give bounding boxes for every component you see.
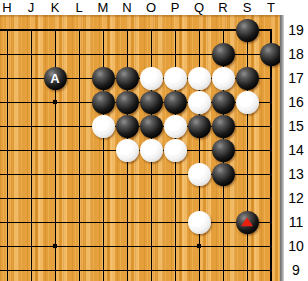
intersection-K13[interactable]	[43, 162, 67, 186]
column-label-P: P	[163, 0, 187, 15]
row-label-16: 16	[284, 94, 308, 110]
column-label-L: L	[67, 0, 91, 15]
intersection-H9[interactable]	[0, 258, 19, 281]
intersection-P17[interactable]	[163, 66, 187, 90]
black-stone-R16[interactable]	[212, 91, 235, 114]
intersection-L14[interactable]	[67, 138, 91, 162]
intersection-S19[interactable]	[235, 18, 259, 42]
white-stone-P15[interactable]	[164, 115, 187, 138]
black-stone-R15[interactable]	[212, 115, 235, 138]
intersection-K19[interactable]	[43, 18, 67, 42]
intersection-N9[interactable]	[115, 258, 139, 281]
row-label-14: 14	[284, 142, 308, 158]
intersection-J17[interactable]	[19, 66, 43, 90]
intersection-H12[interactable]	[0, 186, 19, 210]
intersection-Q17[interactable]	[187, 66, 211, 90]
intersection-L19[interactable]	[67, 18, 91, 42]
intersection-J15[interactable]	[19, 114, 43, 138]
intersection-K12[interactable]	[43, 186, 67, 210]
intersection-O19[interactable]	[139, 18, 163, 42]
intersection-K11[interactable]	[43, 210, 67, 234]
intersection-S12[interactable]	[235, 186, 259, 210]
column-label-J: J	[19, 0, 43, 15]
intersection-P15[interactable]	[163, 114, 187, 138]
intersection-S10[interactable]	[235, 234, 259, 258]
intersection-R17[interactable]	[211, 66, 235, 90]
black-stone-O15[interactable]	[140, 115, 163, 138]
row-label-9: 9	[284, 262, 308, 278]
row-label-18: 18	[284, 46, 308, 62]
intersection-L17[interactable]	[67, 66, 91, 90]
intersection-H17[interactable]	[0, 66, 19, 90]
intersection-R18[interactable]	[211, 42, 235, 66]
intersection-L12[interactable]	[67, 186, 91, 210]
board-grid[interactable]: A	[0, 18, 283, 281]
black-stone-P16[interactable]	[164, 91, 187, 114]
intersection-Q18[interactable]	[187, 42, 211, 66]
black-stone-S19[interactable]	[236, 19, 259, 42]
go-board-screen: A HJKLMNOPQRST 191817161514131211109	[0, 0, 308, 281]
column-label-K: K	[43, 0, 67, 15]
intersection-S15[interactable]	[235, 114, 259, 138]
intersection-K18[interactable]	[43, 42, 67, 66]
intersection-O15[interactable]	[139, 114, 163, 138]
intersection-S14[interactable]	[235, 138, 259, 162]
column-label-T: T	[259, 0, 283, 15]
intersection-J12[interactable]	[19, 186, 43, 210]
intersection-H14[interactable]	[0, 138, 19, 162]
intersection-H11[interactable]	[0, 210, 19, 234]
row-label-12: 12	[284, 190, 308, 206]
white-stone-O17[interactable]	[140, 67, 163, 90]
intersection-S18[interactable]	[235, 42, 259, 66]
column-label-S: S	[235, 0, 259, 15]
intersection-N18[interactable]	[115, 42, 139, 66]
intersection-Q16[interactable]	[187, 90, 211, 114]
intersection-H18[interactable]	[0, 42, 19, 66]
intersection-Q13[interactable]	[187, 162, 211, 186]
column-label-Q: Q	[187, 0, 211, 15]
intersection-J16[interactable]	[19, 90, 43, 114]
intersection-N14[interactable]	[115, 138, 139, 162]
white-stone-Q17[interactable]	[188, 67, 211, 90]
intersection-H13[interactable]	[0, 162, 19, 186]
intersection-O9[interactable]	[139, 258, 163, 281]
intersection-Q15[interactable]	[187, 114, 211, 138]
intersection-H15[interactable]	[0, 114, 19, 138]
intersection-Q11[interactable]	[187, 210, 211, 234]
intersection-N15[interactable]	[115, 114, 139, 138]
intersection-R13[interactable]	[211, 162, 235, 186]
intersection-K15[interactable]	[43, 114, 67, 138]
intersection-S13[interactable]	[235, 162, 259, 186]
stone-label-A: A	[44, 67, 67, 90]
intersection-J19[interactable]	[19, 18, 43, 42]
intersection-P18[interactable]	[163, 42, 187, 66]
black-stone-S11[interactable]	[236, 211, 259, 234]
intersection-M19[interactable]	[91, 18, 115, 42]
intersection-O16[interactable]	[139, 90, 163, 114]
intersection-L18[interactable]	[67, 42, 91, 66]
intersection-M13[interactable]	[91, 162, 115, 186]
intersection-M14[interactable]	[91, 138, 115, 162]
intersection-J18[interactable]	[19, 42, 43, 66]
intersection-O17[interactable]	[139, 66, 163, 90]
black-stone-N17[interactable]	[116, 67, 139, 90]
intersection-J9[interactable]	[19, 258, 43, 281]
intersection-J14[interactable]	[19, 138, 43, 162]
intersection-M17[interactable]	[91, 66, 115, 90]
intersection-K16[interactable]	[43, 90, 67, 114]
black-stone-K17[interactable]: A	[44, 67, 67, 90]
column-labels: HJKLMNOPQRST	[0, 0, 308, 15]
intersection-N12[interactable]	[115, 186, 139, 210]
black-stone-Q15[interactable]	[188, 115, 211, 138]
row-label-19: 19	[284, 22, 308, 38]
white-stone-Q11[interactable]	[188, 211, 211, 234]
intersection-K9[interactable]	[43, 258, 67, 281]
intersection-R15[interactable]	[211, 114, 235, 138]
row-labels: 191817161514131211109	[284, 15, 308, 281]
row-label-11: 11	[284, 214, 308, 230]
intersection-H10[interactable]	[0, 234, 19, 258]
intersection-P14[interactable]	[163, 138, 187, 162]
intersection-N10[interactable]	[115, 234, 139, 258]
intersection-P10[interactable]	[163, 234, 187, 258]
row-label-10: 10	[284, 238, 308, 254]
intersection-P9[interactable]	[163, 258, 187, 281]
black-stone-R14[interactable]	[212, 139, 235, 162]
intersection-K10[interactable]	[43, 234, 67, 258]
intersection-Q14[interactable]	[187, 138, 211, 162]
intersection-Q19[interactable]	[187, 18, 211, 42]
intersection-K14[interactable]	[43, 138, 67, 162]
black-stone-R13[interactable]	[212, 163, 235, 186]
white-stone-Q13[interactable]	[188, 163, 211, 186]
intersection-M15[interactable]	[91, 114, 115, 138]
column-label-M: M	[91, 0, 115, 15]
intersection-O13[interactable]	[139, 162, 163, 186]
white-stone-O14[interactable]	[140, 139, 163, 162]
white-stone-R17[interactable]	[212, 67, 235, 90]
intersection-L15[interactable]	[67, 114, 91, 138]
black-stone-M17[interactable]	[92, 67, 115, 90]
intersection-O18[interactable]	[139, 42, 163, 66]
intersection-S17[interactable]	[235, 66, 259, 90]
intersection-R19[interactable]	[211, 18, 235, 42]
intersection-N16[interactable]	[115, 90, 139, 114]
intersection-Q10[interactable]	[187, 234, 211, 258]
intersection-M18[interactable]	[91, 42, 115, 66]
intersection-M9[interactable]	[91, 258, 115, 281]
intersection-O11[interactable]	[139, 210, 163, 234]
white-stone-P14[interactable]	[164, 139, 187, 162]
intersection-S11[interactable]	[235, 210, 259, 234]
column-label-H: H	[0, 0, 19, 15]
intersection-P12[interactable]	[163, 186, 187, 210]
intersection-R16[interactable]	[211, 90, 235, 114]
black-stone-S17[interactable]	[236, 67, 259, 90]
intersection-M16[interactable]	[91, 90, 115, 114]
intersection-R9[interactable]	[211, 258, 235, 281]
intersection-R10[interactable]	[211, 234, 235, 258]
intersection-N17[interactable]	[115, 66, 139, 90]
intersection-O12[interactable]	[139, 186, 163, 210]
intersection-Q12[interactable]	[187, 186, 211, 210]
intersection-N13[interactable]	[115, 162, 139, 186]
intersection-J10[interactable]	[19, 234, 43, 258]
intersection-S9[interactable]	[235, 258, 259, 281]
white-stone-Q16[interactable]	[188, 91, 211, 114]
row-label-15: 15	[284, 118, 308, 134]
intersection-Q9[interactable]	[187, 258, 211, 281]
intersection-N19[interactable]	[115, 18, 139, 42]
intersection-L16[interactable]	[67, 90, 91, 114]
intersection-O10[interactable]	[139, 234, 163, 258]
intersection-J13[interactable]	[19, 162, 43, 186]
intersection-K17[interactable]: A	[43, 66, 67, 90]
intersection-R12[interactable]	[211, 186, 235, 210]
intersection-J11[interactable]	[19, 210, 43, 234]
intersection-M11[interactable]	[91, 210, 115, 234]
row-label-17: 17	[284, 70, 308, 86]
black-stone-O16[interactable]	[140, 91, 163, 114]
intersection-L11[interactable]	[67, 210, 91, 234]
intersection-S16[interactable]	[235, 90, 259, 114]
black-stone-N16[interactable]	[116, 91, 139, 114]
white-stone-P17[interactable]	[164, 67, 187, 90]
intersection-L13[interactable]	[67, 162, 91, 186]
black-stone-R18[interactable]	[212, 43, 235, 66]
white-stone-M15[interactable]	[92, 115, 115, 138]
intersection-M10[interactable]	[91, 234, 115, 258]
column-label-O: O	[139, 0, 163, 15]
column-label-N: N	[115, 0, 139, 15]
intersection-O14[interactable]	[139, 138, 163, 162]
intersection-P19[interactable]	[163, 18, 187, 42]
last-move-triangle-marker	[241, 217, 253, 226]
white-stone-S16[interactable]	[236, 91, 259, 114]
black-stone-N15[interactable]	[116, 115, 139, 138]
intersection-P11[interactable]	[163, 210, 187, 234]
white-stone-N14[interactable]	[116, 139, 139, 162]
intersection-L9[interactable]	[67, 258, 91, 281]
black-stone-M16[interactable]	[92, 91, 115, 114]
intersection-P16[interactable]	[163, 90, 187, 114]
row-label-13: 13	[284, 166, 308, 182]
intersection-R14[interactable]	[211, 138, 235, 162]
intersection-P13[interactable]	[163, 162, 187, 186]
intersection-M12[interactable]	[91, 186, 115, 210]
intersection-R11[interactable]	[211, 210, 235, 234]
intersection-L10[interactable]	[67, 234, 91, 258]
intersection-H16[interactable]	[0, 90, 19, 114]
column-label-R: R	[211, 0, 235, 15]
intersection-H19[interactable]	[0, 18, 19, 42]
intersection-N11[interactable]	[115, 210, 139, 234]
